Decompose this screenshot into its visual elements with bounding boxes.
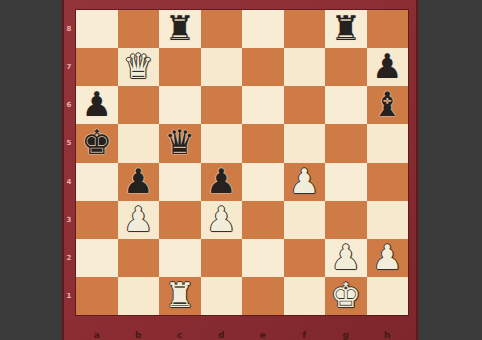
rank-label-7: 7	[62, 48, 76, 86]
square-c4[interactable]	[159, 163, 201, 201]
square-d8[interactable]	[201, 10, 243, 48]
square-f2[interactable]	[284, 239, 326, 277]
square-e5[interactable]	[242, 124, 284, 162]
file-label-b: b	[118, 330, 160, 340]
square-g6[interactable]	[325, 86, 367, 124]
square-f7[interactable]	[284, 48, 326, 86]
file-label-e: e	[242, 330, 284, 340]
square-b5[interactable]	[118, 124, 160, 162]
square-c1[interactable]: ♜	[159, 277, 201, 315]
black-rook-c8[interactable]: ♜	[165, 11, 195, 45]
black-pawn-a6[interactable]: ♟	[82, 87, 112, 121]
square-b6[interactable]	[118, 86, 160, 124]
file-labels: abcdefgh	[76, 330, 408, 340]
black-rook-g8[interactable]: ♜	[331, 11, 361, 45]
rank-labels: 87654321	[62, 10, 76, 315]
black-queen-c5[interactable]: ♛	[165, 125, 195, 159]
square-f3[interactable]	[284, 201, 326, 239]
square-b2[interactable]	[118, 239, 160, 277]
file-label-g: g	[325, 330, 367, 340]
board: ♜♜♛♟♟♝♚♛♟♟♟♟♟♟♟♜♚	[76, 10, 408, 315]
square-e6[interactable]	[242, 86, 284, 124]
rank-label-6: 6	[62, 86, 76, 124]
rank-label-4: 4	[62, 163, 76, 201]
rank-label-8: 8	[62, 10, 76, 48]
square-d7[interactable]	[201, 48, 243, 86]
square-a8[interactable]	[76, 10, 118, 48]
square-d6[interactable]	[201, 86, 243, 124]
black-pawn-h7[interactable]: ♟	[372, 49, 402, 83]
black-king-a5[interactable]: ♚	[82, 125, 112, 159]
white-queen-b7[interactable]: ♛	[123, 49, 153, 83]
white-pawn-b3[interactable]: ♟	[123, 202, 153, 236]
square-d4[interactable]: ♟	[201, 163, 243, 201]
square-a6[interactable]: ♟	[76, 86, 118, 124]
black-bishop-h6[interactable]: ♝	[372, 87, 402, 121]
square-c2[interactable]	[159, 239, 201, 277]
square-e7[interactable]	[242, 48, 284, 86]
white-pawn-h2[interactable]: ♟	[372, 240, 402, 274]
white-rook-c1[interactable]: ♜	[165, 278, 195, 312]
white-pawn-g2[interactable]: ♟	[331, 240, 361, 274]
square-g3[interactable]	[325, 201, 367, 239]
square-g4[interactable]	[325, 163, 367, 201]
square-h1[interactable]	[367, 277, 409, 315]
rank-label-2: 2	[62, 239, 76, 277]
square-a4[interactable]	[76, 163, 118, 201]
square-h4[interactable]	[367, 163, 409, 201]
square-e4[interactable]	[242, 163, 284, 201]
square-b3[interactable]: ♟	[118, 201, 160, 239]
square-a2[interactable]	[76, 239, 118, 277]
square-f6[interactable]	[284, 86, 326, 124]
square-h7[interactable]: ♟	[367, 48, 409, 86]
square-c5[interactable]: ♛	[159, 124, 201, 162]
square-b8[interactable]	[118, 10, 160, 48]
square-h5[interactable]	[367, 124, 409, 162]
white-pawn-f4[interactable]: ♟	[289, 164, 319, 198]
square-g7[interactable]	[325, 48, 367, 86]
square-g1[interactable]: ♚	[325, 277, 367, 315]
rank-label-5: 5	[62, 124, 76, 162]
square-g2[interactable]: ♟	[325, 239, 367, 277]
black-pawn-d4[interactable]: ♟	[206, 164, 236, 198]
square-g8[interactable]: ♜	[325, 10, 367, 48]
white-pawn-d3[interactable]: ♟	[206, 202, 236, 236]
square-h6[interactable]: ♝	[367, 86, 409, 124]
file-label-c: c	[159, 330, 201, 340]
square-f5[interactable]	[284, 124, 326, 162]
rank-label-3: 3	[62, 201, 76, 239]
square-c8[interactable]: ♜	[159, 10, 201, 48]
square-d5[interactable]	[201, 124, 243, 162]
square-h3[interactable]	[367, 201, 409, 239]
square-b1[interactable]	[118, 277, 160, 315]
square-e2[interactable]	[242, 239, 284, 277]
file-label-a: a	[76, 330, 118, 340]
square-d3[interactable]: ♟	[201, 201, 243, 239]
square-c3[interactable]	[159, 201, 201, 239]
square-e8[interactable]	[242, 10, 284, 48]
square-a3[interactable]	[76, 201, 118, 239]
file-label-d: d	[201, 330, 243, 340]
square-d2[interactable]	[201, 239, 243, 277]
square-h2[interactable]: ♟	[367, 239, 409, 277]
square-c7[interactable]	[159, 48, 201, 86]
square-f8[interactable]	[284, 10, 326, 48]
black-pawn-b4[interactable]: ♟	[123, 164, 153, 198]
square-d1[interactable]	[201, 277, 243, 315]
square-a1[interactable]	[76, 277, 118, 315]
rank-label-1: 1	[62, 277, 76, 315]
square-e1[interactable]	[242, 277, 284, 315]
square-h8[interactable]	[367, 10, 409, 48]
file-label-h: h	[367, 330, 409, 340]
square-f4[interactable]: ♟	[284, 163, 326, 201]
square-g5[interactable]	[325, 124, 367, 162]
square-e3[interactable]	[242, 201, 284, 239]
square-b4[interactable]: ♟	[118, 163, 160, 201]
square-b7[interactable]: ♛	[118, 48, 160, 86]
square-c6[interactable]	[159, 86, 201, 124]
file-label-f: f	[284, 330, 326, 340]
square-a7[interactable]	[76, 48, 118, 86]
white-king-g1[interactable]: ♚	[331, 278, 361, 312]
square-f1[interactable]	[284, 277, 326, 315]
square-a5[interactable]: ♚	[76, 124, 118, 162]
